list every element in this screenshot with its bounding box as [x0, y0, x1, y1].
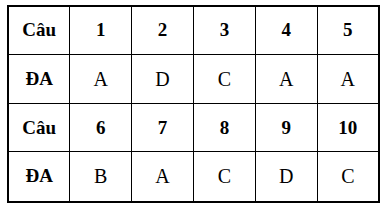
- question-number: 8: [193, 104, 255, 151]
- answer-key-table: Câu 1 2 3 4 5 ĐA A D C A A Câu 6 7 8 9 1…: [7, 5, 380, 203]
- question-number: 2: [132, 6, 194, 54]
- answer-cell: D: [132, 54, 194, 104]
- answer-cell: B: [70, 151, 132, 202]
- row-header-cau: Câu: [8, 6, 70, 54]
- question-row-1: Câu 1 2 3 4 5: [8, 6, 379, 54]
- row-header-da: ĐA: [8, 54, 70, 104]
- answer-key-page: Câu 1 2 3 4 5 ĐA A D C A A Câu 6 7 8 9 1…: [0, 0, 388, 210]
- answer-cell: A: [70, 54, 132, 104]
- question-number: 6: [70, 104, 132, 151]
- answer-row-2: ĐA B A C D C: [8, 151, 379, 202]
- question-row-2: Câu 6 7 8 9 10: [8, 104, 379, 151]
- answer-row-1: ĐA A D C A A: [8, 54, 379, 104]
- question-number: 1: [70, 6, 132, 54]
- row-header-da: ĐA: [8, 151, 70, 202]
- answer-cell: A: [255, 54, 317, 104]
- answer-cell: A: [317, 54, 379, 104]
- answer-cell: C: [193, 151, 255, 202]
- question-number: 4: [255, 6, 317, 54]
- answer-cell: C: [317, 151, 379, 202]
- answer-cell: D: [255, 151, 317, 202]
- answer-cell: C: [193, 54, 255, 104]
- row-header-cau: Câu: [8, 104, 70, 151]
- question-number: 3: [193, 6, 255, 54]
- question-number: 5: [317, 6, 379, 54]
- answer-cell: A: [132, 151, 194, 202]
- question-number: 7: [132, 104, 194, 151]
- question-number: 9: [255, 104, 317, 151]
- question-number: 10: [317, 104, 379, 151]
